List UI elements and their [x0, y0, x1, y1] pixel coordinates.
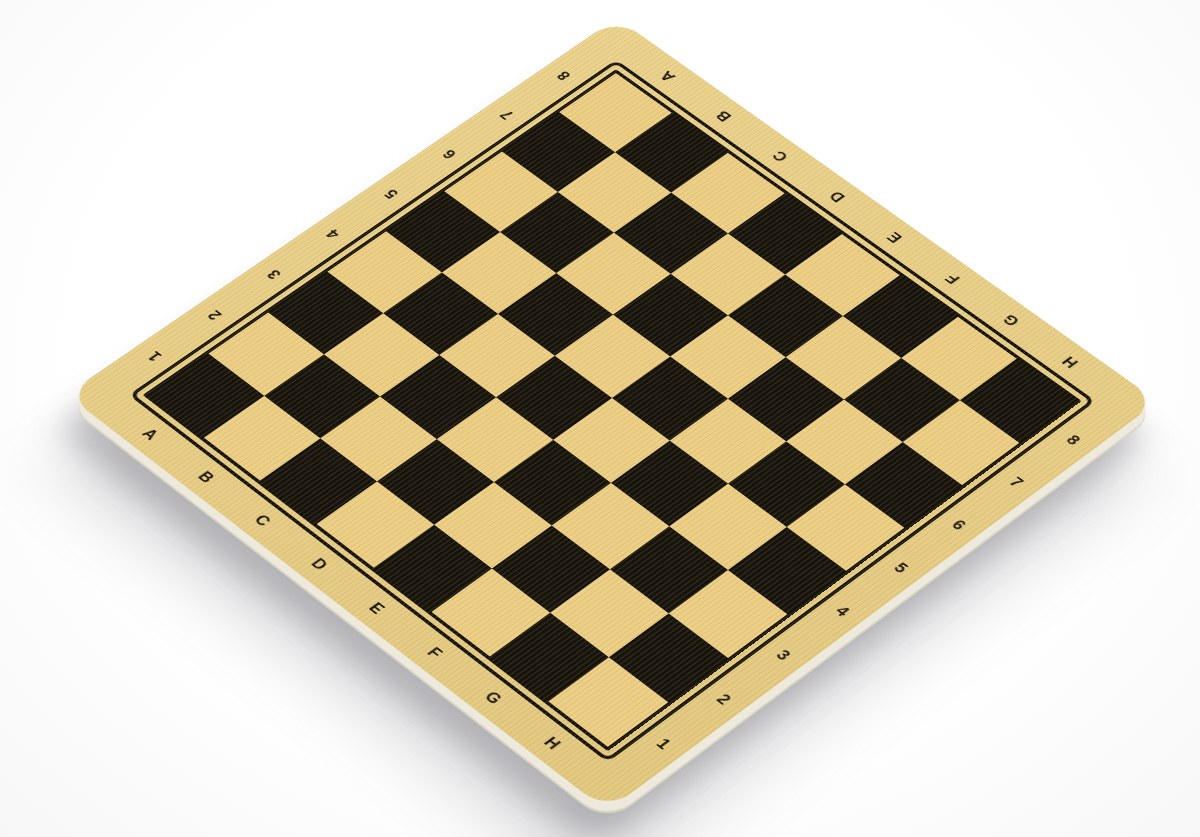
photo-background: AA88BB77CC66DD55EE44FF33GG22HH11 — [0, 0, 1200, 837]
file-label-top-e: E — [884, 230, 905, 245]
file-label-bottom-d: D — [308, 556, 330, 572]
file-label-top-d: D — [827, 189, 848, 204]
file-label-top-a: A — [657, 69, 678, 84]
rank-label-left-3: 3 — [264, 267, 284, 281]
file-label-top-c: C — [770, 149, 791, 164]
rank-label-left-2: 2 — [205, 308, 225, 322]
rank-label-right-6: 6 — [949, 518, 969, 533]
file-label-top-b: B — [713, 109, 734, 124]
file-label-bottom-b: B — [195, 469, 217, 485]
rank-label-right-2: 2 — [713, 692, 733, 707]
board-squares-grid — [148, 73, 1076, 747]
file-label-top-g: G — [1000, 312, 1022, 328]
file-label-top-f: F — [943, 271, 963, 285]
rank-label-left-6: 6 — [440, 147, 459, 161]
rank-label-left-4: 4 — [323, 227, 343, 241]
file-label-bottom-c: C — [251, 512, 273, 528]
rank-label-right-4: 4 — [832, 604, 852, 619]
rank-label-left-1: 1 — [145, 349, 165, 363]
chess-board: AA88BB77CC66DD55EE44FF33GG22HH11 — [66, 18, 1158, 811]
file-label-bottom-h: H — [541, 735, 564, 752]
rank-label-left-7: 7 — [497, 108, 516, 121]
file-label-bottom-f: F — [424, 645, 445, 661]
file-label-bottom-e: E — [366, 600, 388, 616]
rank-label-left-8: 8 — [554, 69, 573, 82]
perspective-scene: AA88BB77CC66DD55EE44FF33GG22HH11 — [0, 0, 1200, 837]
rank-label-right-1: 1 — [653, 736, 674, 751]
rank-label-right-5: 5 — [891, 561, 911, 576]
file-label-bottom-a: A — [139, 426, 161, 442]
rank-label-left-5: 5 — [382, 187, 402, 201]
rank-label-right-7: 7 — [1006, 475, 1026, 490]
rank-label-right-8: 8 — [1063, 433, 1083, 447]
file-label-top-h: H — [1059, 354, 1081, 370]
file-label-bottom-g: G — [481, 689, 504, 706]
rank-label-right-3: 3 — [773, 648, 793, 663]
